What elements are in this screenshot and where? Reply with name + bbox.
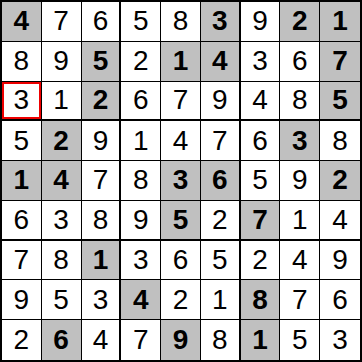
cell-r1c9[interactable]: 1 <box>320 2 360 42</box>
cell-r2c8[interactable]: 6 <box>280 42 320 82</box>
cell-r6c8[interactable]: 1 <box>280 201 320 241</box>
cell-r4c1[interactable]: 5 <box>2 121 42 161</box>
cell-r6c3[interactable]: 8 <box>82 201 122 241</box>
cell-r7c5[interactable]: 6 <box>161 241 201 281</box>
cell-r8c8[interactable]: 7 <box>280 280 320 320</box>
cell-r8c9[interactable]: 6 <box>320 280 360 320</box>
cell-r3c2[interactable]: 1 <box>42 82 82 122</box>
cell-r2c7[interactable]: 3 <box>241 42 281 82</box>
cell-r2c3[interactable]: 5 <box>82 42 122 82</box>
cell-r7c9[interactable]: 9 <box>320 241 360 281</box>
cell-r4c7[interactable]: 6 <box>241 121 281 161</box>
cell-r9c4[interactable]: 7 <box>121 320 161 360</box>
cell-r1c5[interactable]: 8 <box>161 2 201 42</box>
cell-r3c1[interactable]: 3 <box>2 82 42 122</box>
cell-r1c8[interactable]: 2 <box>280 2 320 42</box>
cell-r1c2[interactable]: 7 <box>42 2 82 42</box>
cell-r4c3[interactable]: 9 <box>82 121 122 161</box>
cell-r2c1[interactable]: 8 <box>2 42 42 82</box>
cell-r6c4[interactable]: 9 <box>121 201 161 241</box>
cell-r5c4[interactable]: 8 <box>121 161 161 201</box>
cell-r7c2[interactable]: 8 <box>42 241 82 281</box>
cell-r7c8[interactable]: 4 <box>280 241 320 281</box>
cell-r5c6[interactable]: 6 <box>201 161 241 201</box>
cell-r8c2[interactable]: 5 <box>42 280 82 320</box>
cell-r5c2[interactable]: 4 <box>42 161 82 201</box>
cell-r6c2[interactable]: 3 <box>42 201 82 241</box>
cell-r3c9[interactable]: 5 <box>320 82 360 122</box>
cell-r6c9[interactable]: 4 <box>320 201 360 241</box>
cell-r7c4[interactable]: 3 <box>121 241 161 281</box>
cell-r8c7[interactable]: 8 <box>241 280 281 320</box>
cell-r2c2[interactable]: 9 <box>42 42 82 82</box>
cell-r7c1[interactable]: 7 <box>2 241 42 281</box>
cell-r4c8[interactable]: 3 <box>280 121 320 161</box>
cell-r9c8[interactable]: 5 <box>280 320 320 360</box>
cell-r9c3[interactable]: 4 <box>82 320 122 360</box>
cell-r4c5[interactable]: 4 <box>161 121 201 161</box>
cell-r1c6[interactable]: 3 <box>201 2 241 42</box>
cell-r9c6[interactable]: 8 <box>201 320 241 360</box>
cell-r6c6[interactable]: 2 <box>201 201 241 241</box>
cell-r7c7[interactable]: 2 <box>241 241 281 281</box>
cell-r4c4[interactable]: 1 <box>121 121 161 161</box>
cell-r1c3[interactable]: 6 <box>82 2 122 42</box>
cell-r2c6[interactable]: 4 <box>201 42 241 82</box>
cell-r9c2[interactable]: 6 <box>42 320 82 360</box>
cell-r8c3[interactable]: 3 <box>82 280 122 320</box>
cell-r1c4[interactable]: 5 <box>121 2 161 42</box>
cell-r7c3[interactable]: 1 <box>82 241 122 281</box>
cell-r6c1[interactable]: 6 <box>2 201 42 241</box>
cell-r6c5[interactable]: 5 <box>161 201 201 241</box>
cell-r9c5[interactable]: 9 <box>161 320 201 360</box>
cell-r1c7[interactable]: 9 <box>241 2 281 42</box>
cell-r4c6[interactable]: 7 <box>201 121 241 161</box>
cell-r8c4[interactable]: 4 <box>121 280 161 320</box>
cell-r3c8[interactable]: 8 <box>280 82 320 122</box>
cell-r7c6[interactable]: 5 <box>201 241 241 281</box>
cell-r5c7[interactable]: 5 <box>241 161 281 201</box>
cell-r2c9[interactable]: 7 <box>320 42 360 82</box>
cell-r9c1[interactable]: 2 <box>2 320 42 360</box>
cell-r1c1[interactable]: 4 <box>2 2 42 42</box>
cell-r3c4[interactable]: 6 <box>121 82 161 122</box>
cell-r8c6[interactable]: 1 <box>201 280 241 320</box>
cell-r8c1[interactable]: 9 <box>2 280 42 320</box>
cell-r5c8[interactable]: 9 <box>280 161 320 201</box>
cell-r3c6[interactable]: 9 <box>201 82 241 122</box>
cell-r9c9[interactable]: 3 <box>320 320 360 360</box>
cell-r4c9[interactable]: 8 <box>320 121 360 161</box>
cell-r5c5[interactable]: 3 <box>161 161 201 201</box>
sudoku-board: 4765839218952143673126794855291476381478… <box>0 0 362 362</box>
cell-r2c4[interactable]: 2 <box>121 42 161 82</box>
cell-r3c5[interactable]: 7 <box>161 82 201 122</box>
cell-r4c2[interactable]: 2 <box>42 121 82 161</box>
cell-r9c7[interactable]: 1 <box>241 320 281 360</box>
cell-r8c5[interactable]: 2 <box>161 280 201 320</box>
cell-r2c5[interactable]: 1 <box>161 42 201 82</box>
cell-r5c9[interactable]: 2 <box>320 161 360 201</box>
cell-r5c1[interactable]: 1 <box>2 161 42 201</box>
cell-r3c3[interactable]: 2 <box>82 82 122 122</box>
cell-r6c7[interactable]: 7 <box>241 201 281 241</box>
cell-r5c3[interactable]: 7 <box>82 161 122 201</box>
cell-r3c7[interactable]: 4 <box>241 82 281 122</box>
